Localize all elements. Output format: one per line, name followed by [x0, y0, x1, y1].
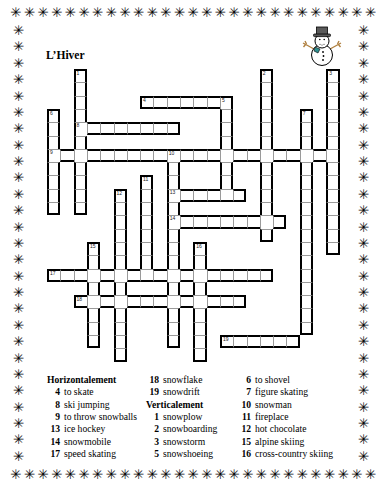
grid-cell-r18c5[interactable]: [114, 308, 127, 322]
clue-item: 3snowstorm: [146, 436, 217, 448]
grid-cell-r15c11[interactable]: [193, 269, 207, 283]
grid-cell-r15c4[interactable]: [100, 269, 114, 282]
grid-cell-r11c19[interactable]: [300, 215, 313, 229]
clue-number: 1: [77, 71, 80, 76]
snowflake-icon: ✳: [174, 468, 185, 482]
snowflake-icon: ✳: [337, 6, 348, 20]
grid-cell-r9c16[interactable]: [260, 189, 273, 203]
grid-cell-r6c12[interactable]: [207, 149, 221, 162]
grid-cell-r10c7[interactable]: [140, 202, 153, 216]
grid-cell-r15c2[interactable]: [74, 269, 88, 282]
crossword-grid: 12345678910111213141516171819: [47, 69, 340, 362]
clue-item-text: figure skating: [255, 386, 308, 398]
grid-cell-r20c16[interactable]: [260, 335, 274, 348]
grid-cell-r7c13[interactable]: [220, 162, 233, 176]
grid-cell-r8c16[interactable]: [260, 175, 273, 189]
grid-cell-r10c0[interactable]: [47, 202, 60, 215]
grid-cell-r4c5[interactable]: [114, 122, 128, 135]
grid-cell-r4c13[interactable]: [220, 122, 233, 136]
grid-cell-r10c2[interactable]: [74, 202, 87, 215]
grid-cell-r3c13[interactable]: [220, 109, 233, 123]
snowflake-icon: ✳: [105, 468, 116, 482]
clue-item-text: snowboarding: [163, 423, 217, 435]
grid-cell-r5c0[interactable]: [47, 136, 60, 150]
grid-cell-r16c11[interactable]: [193, 282, 206, 296]
snowflake-icon: ✳: [11, 90, 26, 104]
snowflake-icon: ✳: [365, 468, 376, 482]
grid-cell-r15c0[interactable]: 17: [47, 269, 61, 282]
snowflake-icon: ✳: [146, 6, 157, 20]
clue-item-number: 9: [47, 411, 60, 423]
grid-cell-r15c19[interactable]: [300, 269, 313, 283]
grid-cell-r16c3[interactable]: [87, 282, 100, 296]
clue-item-text: snowstorm: [163, 436, 205, 448]
grid-cell-r6c3[interactable]: [87, 149, 101, 162]
grid-cell-r10c16[interactable]: [260, 202, 273, 216]
grid-cell-r19c11[interactable]: [193, 322, 206, 336]
grid-cell-r12c9[interactable]: [167, 229, 180, 243]
grid-cell-r13c7[interactable]: [140, 242, 153, 256]
grid-cell-r10c9[interactable]: [167, 202, 180, 216]
grid-cell-r11c16[interactable]: [260, 215, 274, 229]
clue-item: 16cross-country skiing: [238, 448, 333, 460]
snowflake-icon: ✳: [92, 468, 103, 482]
grid-cell-r11c10[interactable]: [180, 215, 194, 228]
grid-cell-r5c2[interactable]: [74, 136, 87, 150]
snowflake-icon: ✳: [356, 368, 371, 382]
grid-cell-r15c16[interactable]: [260, 269, 273, 282]
grid-cell-r6c9[interactable]: 10: [167, 149, 181, 163]
grid-cell-r15c5[interactable]: [114, 269, 128, 283]
clue-column-3: 6to shovel7figure skating10snowman11fire…: [238, 374, 333, 460]
grid-cell-r4c9[interactable]: [167, 122, 180, 135]
clue-item-text: to skate: [64, 386, 94, 398]
grid-cell-r6c18[interactable]: [286, 149, 300, 162]
clue-item: 11fireplace: [238, 411, 333, 423]
grid-cell-r11c14[interactable]: [233, 215, 247, 228]
snowflake-icon: ✳: [256, 468, 267, 482]
snowflake-icon: ✳: [201, 468, 212, 482]
snowflake-icon: ✳: [160, 468, 171, 482]
grid-cell-r15c6[interactable]: [127, 269, 141, 282]
grid-cell-r17c19[interactable]: [300, 295, 313, 309]
grid-cell-r6c11[interactable]: [193, 149, 207, 162]
snowflake-icon: ✳: [296, 6, 307, 20]
grid-cell-r11c13[interactable]: [220, 215, 234, 228]
grid-cell-r18c11[interactable]: [193, 308, 206, 322]
grid-cell-r8c21[interactable]: [326, 175, 339, 189]
snowflake-icon: ✳: [11, 302, 26, 316]
snowflake-icon: ✳: [242, 6, 253, 20]
grid-cell-r0c21[interactable]: 3: [326, 69, 339, 83]
snowflake-icon: ✳: [37, 468, 48, 482]
grid-cell-r17c12[interactable]: [207, 295, 221, 308]
grid-cell-r11c7[interactable]: [140, 215, 153, 229]
grid-cell-r4c19[interactable]: [300, 122, 313, 136]
clue-item: 18snowflake: [146, 374, 217, 386]
snowflake-icon: ✳: [78, 6, 89, 20]
grid-cell-r9c12[interactable]: [207, 189, 221, 202]
snowflake-icon: ✳: [356, 270, 371, 284]
grid-cell-r4c7[interactable]: [140, 122, 154, 135]
grid-cell-r3c2[interactable]: [74, 109, 87, 123]
snowflake-icon: ✳: [11, 401, 26, 415]
snowflake-icon: ✳: [356, 73, 371, 87]
grid-cell-r12c7[interactable]: [140, 229, 153, 243]
grid-cell-r6c5[interactable]: [114, 149, 128, 162]
grid-cell-r19c5[interactable]: [114, 322, 127, 336]
grid-cell-r13c21[interactable]: [326, 242, 339, 255]
grid-cell-r17c13[interactable]: [220, 295, 234, 308]
clue-number: 6: [50, 111, 53, 116]
grid-cell-r11c5[interactable]: [114, 215, 127, 229]
grid-cell-r9c14[interactable]: [233, 189, 246, 202]
clue-item: 14snowmobile: [47, 436, 137, 448]
grid-cell-r17c2[interactable]: 18: [74, 295, 88, 308]
grid-cell-r16c9[interactable]: [167, 282, 180, 296]
snowflake-icon: ✳: [11, 221, 26, 235]
grid-cell-r17c5[interactable]: [114, 295, 128, 309]
grid-cell-r20c11[interactable]: [193, 335, 206, 349]
grid-cell-r4c16[interactable]: [260, 122, 273, 136]
snowflake-icon: ✳: [356, 155, 371, 169]
grid-cell-r4c6[interactable]: [127, 122, 141, 135]
grid-cell-r0c2[interactable]: 1: [74, 69, 87, 83]
grid-cell-r6c6[interactable]: [127, 149, 141, 162]
grid-cell-r6c13[interactable]: [220, 149, 234, 163]
grid-cell-r11c17[interactable]: [273, 215, 286, 228]
grid-cell-r15c3[interactable]: [87, 269, 101, 283]
snowflake-icon: ✳: [11, 24, 26, 38]
grid-cell-r6c0[interactable]: 9: [47, 149, 61, 163]
grid-cell-r19c19[interactable]: [300, 322, 313, 335]
grid-cell-r4c8[interactable]: [153, 122, 167, 135]
grid-cell-r7c9[interactable]: [167, 162, 180, 176]
clue-item-number: 17: [47, 448, 60, 460]
clue-item-number: 2: [146, 423, 159, 435]
grid-cell-r12c21[interactable]: [326, 229, 339, 243]
clue-item: 6to shovel: [238, 374, 333, 386]
clue-item: 19snowdrift: [146, 386, 217, 398]
grid-cell-r15c7[interactable]: [140, 269, 154, 282]
grid-cell-r14c19[interactable]: [300, 255, 313, 269]
grid-cell-r2c21[interactable]: [326, 96, 339, 110]
snowflake-icon: ✳: [37, 6, 48, 20]
grid-cell-r11c12[interactable]: [207, 215, 221, 228]
snowflake-icon: ✳: [51, 6, 62, 20]
grid-cell-r17c11[interactable]: [193, 295, 207, 309]
grid-cell-r5c19[interactable]: [300, 136, 313, 150]
grid-cell-r10c21[interactable]: [326, 202, 339, 216]
grid-cell-r6c10[interactable]: [180, 149, 194, 162]
snowflake-border-left: ✳✳✳✳✳✳✳✳✳✳✳✳✳✳✳✳✳✳✳✳✳✳✳✳✳✳✳: [11, 24, 26, 464]
snowflake-icon: ✳: [356, 401, 371, 415]
snowflake-icon: ✳: [133, 6, 144, 20]
grid-cell-r8c9[interactable]: [167, 175, 180, 189]
snowflake-icon: ✳: [215, 468, 226, 482]
snowflake-icon: ✳: [51, 468, 62, 482]
clue-item: 13ice hockey: [47, 423, 137, 435]
grid-cell-r4c2[interactable]: 8: [74, 122, 88, 136]
snowflake-icon: ✳: [283, 6, 294, 20]
clue-item-text: snowshoeing: [163, 448, 213, 460]
clue-item-number: 16: [238, 448, 251, 460]
snowflake-icon: ✳: [356, 450, 371, 464]
clue-item-number: 14: [47, 436, 60, 448]
snowflake-icon: ✳: [11, 352, 26, 366]
puzzle-title: L’Hiver: [46, 49, 85, 61]
grid-cell-r3c21[interactable]: [326, 109, 339, 123]
grid-cell-r14c9[interactable]: [167, 255, 180, 269]
snowflake-icon: ✳: [356, 253, 371, 267]
snowflake-border-top: ✳✳✳✳✳✳✳✳✳✳✳✳✳✳✳✳✳✳✳✳✳✳✳✳✳✳✳: [10, 6, 376, 20]
snowflake-icon: ✳: [11, 204, 26, 218]
grid-cell-r9c10[interactable]: [180, 189, 194, 202]
grid-cell-r21c5[interactable]: [114, 348, 127, 361]
grid-cell-r21c11[interactable]: [193, 348, 206, 361]
grid-cell-r18c3[interactable]: [87, 308, 100, 322]
clue-number: 15: [90, 244, 96, 249]
grid-cell-r2c8[interactable]: [153, 96, 167, 109]
grid-cell-r18c9[interactable]: [167, 308, 180, 322]
snowflake-icon: ✳: [11, 286, 26, 300]
snowflake-icon: ✳: [65, 6, 76, 20]
grid-cell-r11c15[interactable]: [247, 215, 261, 228]
grid-cell-r20c3[interactable]: [87, 335, 100, 348]
clue-number: 4: [143, 98, 146, 103]
clue-item-text: speed skating: [64, 448, 116, 460]
grid-cell-r6c2[interactable]: [74, 149, 88, 163]
clue-number: 19: [223, 337, 229, 342]
grid-cell-r7c16[interactable]: [260, 162, 273, 176]
grid-cell-r20c17[interactable]: [273, 335, 287, 348]
grid-cell-r9c19[interactable]: [300, 189, 313, 203]
grid-cell-r4c3[interactable]: [87, 122, 101, 135]
grid-cell-r19c3[interactable]: [87, 322, 100, 336]
snowflake-icon: ✳: [10, 468, 21, 482]
grid-cell-r9c7[interactable]: [140, 189, 153, 203]
grid-cell-r7c2[interactable]: [74, 162, 87, 176]
grid-cell-r20c14[interactable]: [233, 335, 247, 348]
grid-cell-r14c7[interactable]: [140, 255, 153, 269]
grid-cell-r8c2[interactable]: [74, 175, 87, 189]
snowflake-icon: ✳: [296, 468, 307, 482]
grid-cell-r11c21[interactable]: [326, 215, 339, 229]
clue-number: 12: [117, 191, 123, 196]
grid-cell-r0c16[interactable]: 2: [260, 69, 273, 83]
clue-item-number: 7: [238, 386, 251, 398]
snowflake-icon: ✳: [201, 6, 212, 20]
clue-item-text: to shovel: [255, 374, 290, 386]
clue-number: 2: [263, 71, 266, 76]
snowflake-icon: ✳: [242, 468, 253, 482]
grid-cell-r3c0[interactable]: 6: [47, 109, 60, 123]
grid-cell-r6c1[interactable]: [60, 149, 74, 162]
clue-item: 2snowboarding: [146, 423, 217, 435]
grid-cell-r7c21[interactable]: [326, 162, 339, 176]
grid-cell-r15c10[interactable]: [180, 269, 194, 282]
grid-cell-r17c8[interactable]: [153, 295, 167, 308]
grid-cell-r8c19[interactable]: [300, 175, 313, 189]
snowflake-icon: ✳: [11, 368, 26, 382]
grid-cell-r8c7[interactable]: 11: [140, 175, 153, 189]
grid-cell-r12c16[interactable]: [260, 229, 273, 242]
grid-cell-r9c13[interactable]: [220, 189, 234, 202]
grid-cell-r6c19[interactable]: [300, 149, 314, 163]
snowflake-icon: ✳: [78, 468, 89, 482]
grid-cell-r17c10[interactable]: [180, 295, 194, 308]
grid-cell-r15c13[interactable]: [220, 269, 234, 282]
grid-cell-r2c13[interactable]: 5: [220, 96, 233, 110]
grid-cell-r20c18[interactable]: [286, 335, 299, 348]
snowflake-icon: ✳: [10, 6, 21, 20]
grid-cell-r2c9[interactable]: [167, 96, 181, 109]
snowflake-icon: ✳: [11, 433, 26, 447]
grid-cell-r13c11[interactable]: 16: [193, 242, 206, 256]
grid-cell-r9c0[interactable]: [47, 189, 60, 203]
grid-cell-r17c6[interactable]: [127, 295, 141, 308]
grid-cell-r13c3[interactable]: 15: [87, 242, 100, 256]
snowflake-icon: ✳: [356, 90, 371, 104]
grid-cell-r9c5[interactable]: 12: [114, 189, 127, 203]
clue-number: 18: [77, 297, 83, 302]
grid-cell-r3c19[interactable]: 7: [300, 109, 313, 123]
grid-cell-r9c9[interactable]: 13: [167, 189, 181, 203]
grid-cell-r17c3[interactable]: [87, 295, 101, 309]
grid-cell-r10c19[interactable]: [300, 202, 313, 216]
snowflake-icon: ✳: [11, 73, 26, 87]
grid-cell-r15c14[interactable]: [233, 269, 247, 282]
grid-cell-r12c19[interactable]: [300, 229, 313, 243]
grid-cell-r17c14[interactable]: [233, 295, 246, 308]
snowflake-icon: ✳: [11, 40, 26, 54]
grid-cell-r9c11[interactable]: [193, 189, 207, 202]
grid-cell-r2c11[interactable]: [193, 96, 207, 109]
grid-cell-r6c21[interactable]: [326, 149, 339, 163]
grid-cell-r4c4[interactable]: [100, 122, 114, 135]
grid-cell-r17c9[interactable]: [167, 295, 181, 309]
grid-cell-r3c16[interactable]: [260, 109, 273, 123]
snowflake-icon: ✳: [356, 40, 371, 54]
grid-cell-r6c16[interactable]: [260, 149, 274, 163]
snowflake-icon: ✳: [11, 450, 26, 464]
snowflake-icon: ✳: [65, 468, 76, 482]
grid-cell-r9c2[interactable]: [74, 189, 87, 203]
grid-cell-r13c5[interactable]: [114, 242, 127, 256]
grid-cell-r13c9[interactable]: [167, 242, 180, 256]
snowflake-icon: ✳: [11, 270, 26, 284]
grid-cell-r2c10[interactable]: [180, 96, 194, 109]
grid-cell-r6c4[interactable]: [100, 149, 114, 162]
grid-cell-r6c20[interactable]: [313, 149, 327, 162]
clue-item-text: ice hockey: [64, 423, 105, 435]
grid-cell-r6c8[interactable]: [153, 149, 167, 162]
grid-cell-r7c0[interactable]: [47, 162, 60, 176]
snowflake-icon: ✳: [356, 204, 371, 218]
snowflake-border-right: ✳✳✳✳✳✳✳✳✳✳✳✳✳✳✳✳✳✳✳✳✳✳✳✳✳✳✳: [356, 24, 371, 464]
snowflake-icon: ✳: [24, 6, 35, 20]
grid-cell-r18c19[interactable]: [300, 308, 313, 322]
grid-cell-r16c19[interactable]: [300, 282, 313, 296]
snowflake-icon: ✳: [365, 6, 376, 20]
grid-cell-r2c12[interactable]: [207, 96, 221, 109]
grid-cell-r5c13[interactable]: [220, 136, 233, 150]
grid-cell-r5c16[interactable]: [260, 136, 273, 150]
clue-number: 5: [222, 98, 225, 103]
clue-number: 9: [50, 150, 53, 155]
grid-cell-r15c12[interactable]: [207, 269, 221, 282]
grid-cell-r1c21[interactable]: [326, 82, 339, 96]
snowflake-icon: ✳: [310, 6, 321, 20]
grid-cell-r13c19[interactable]: [300, 242, 313, 256]
grid-cell-r20c9[interactable]: [167, 335, 180, 348]
grid-cell-r2c2[interactable]: [74, 96, 87, 110]
grid-cell-r11c9[interactable]: 14: [167, 215, 181, 229]
clue-column-2: 18snowflake19snowdriftVerticalement1snow…: [146, 374, 217, 460]
grid-cell-r14c3[interactable]: [87, 255, 100, 269]
snowflake-icon: ✳: [356, 24, 371, 38]
grid-cell-r20c5[interactable]: [114, 335, 127, 349]
grid-cell-r12c5[interactable]: [114, 229, 127, 243]
snowflake-icon: ✳: [133, 468, 144, 482]
grid-cell-r4c0[interactable]: [47, 122, 60, 136]
grid-cell-r16c5[interactable]: [114, 282, 127, 296]
grid-cell-r17c7[interactable]: [140, 295, 154, 308]
grid-cell-r1c2[interactable]: [74, 82, 87, 96]
grid-cell-r19c9[interactable]: [167, 322, 180, 336]
grid-cell-r11c11[interactable]: [193, 215, 207, 228]
snowflake-icon: ✳: [356, 221, 371, 235]
grid-cell-r15c15[interactable]: [247, 269, 261, 282]
grid-cell-r5c21[interactable]: [326, 136, 339, 150]
grid-cell-r14c5[interactable]: [114, 255, 127, 269]
grid-cell-r4c21[interactable]: [326, 122, 339, 136]
grid-cell-r14c11[interactable]: [193, 255, 206, 269]
grid-cell-r6c17[interactable]: [273, 149, 287, 162]
snowflake-icon: ✳: [356, 237, 371, 251]
grid-cell-r8c0[interactable]: [47, 175, 60, 189]
snowflake-icon: ✳: [119, 6, 130, 20]
clue-item-number: 5: [146, 448, 159, 460]
grid-cell-r2c16[interactable]: [260, 96, 273, 110]
snowflake-icon: ✳: [11, 155, 26, 169]
grid-cell-r15c1[interactable]: [60, 269, 74, 282]
grid-cell-r10c5[interactable]: [114, 202, 127, 216]
grid-cell-r6c14[interactable]: [233, 149, 247, 162]
grid-cell-r6c7[interactable]: [140, 149, 154, 162]
snowflake-icon: ✳: [119, 468, 130, 482]
snowflake-icon: ✳: [11, 319, 26, 333]
grid-cell-r20c13[interactable]: 19: [220, 335, 234, 348]
clue-item: 5snowshoeing: [146, 448, 217, 460]
grid-cell-r6c15[interactable]: [247, 149, 261, 162]
clue-number: 13: [170, 190, 176, 195]
grid-cell-r8c13[interactable]: [220, 175, 233, 189]
clue-item-text: snowman: [255, 399, 292, 411]
snowflake-icon: ✳: [356, 335, 371, 349]
snowflake-icon: ✳: [356, 286, 371, 300]
grid-cell-r2c7[interactable]: 4: [140, 96, 154, 109]
grid-cell-r15c9[interactable]: [167, 269, 181, 283]
grid-cell-r1c16[interactable]: [260, 82, 273, 96]
grid-cell-r15c8[interactable]: [153, 269, 167, 282]
grid-cell-r9c21[interactable]: [326, 189, 339, 203]
clue-item-text: alpine skiing: [255, 436, 304, 448]
grid-cell-r17c4[interactable]: [100, 295, 114, 308]
grid-cell-r20c15[interactable]: [247, 335, 261, 348]
snowflake-icon: ✳: [160, 6, 171, 20]
grid-cell-r7c19[interactable]: [300, 162, 313, 176]
